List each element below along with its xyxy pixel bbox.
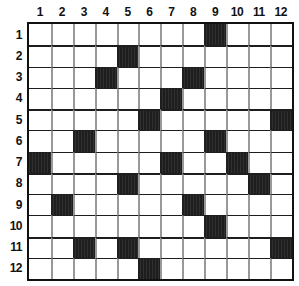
cell-r4c9-white[interactable] [204,88,226,109]
cell-r4c7-black [160,88,182,109]
cell-r2c6-white[interactable] [138,45,160,66]
cell-r7c11-white[interactable] [248,152,270,173]
cell-r12c6-black [138,258,160,279]
cell-r1c12-white[interactable] [270,24,292,45]
cell-r6c11-white[interactable] [248,130,270,151]
cell-r1c7-white[interactable] [160,24,182,45]
cell-r8c1-white[interactable] [29,173,51,194]
cell-r5c6-black [138,109,160,130]
cell-r3c11-white[interactable] [248,67,270,88]
cell-r2c3-white[interactable] [73,45,95,66]
col-label-6: 6 [138,4,160,20]
cell-r2c7-white[interactable] [160,45,182,66]
cell-r1c3-white[interactable] [73,24,95,45]
cell-r7c12-white[interactable] [270,152,292,173]
cell-r12c1-white[interactable] [29,258,51,279]
cell-r9c6-white[interactable] [138,194,160,215]
cell-r1c5-white[interactable] [117,24,139,45]
cell-r8c10-white[interactable] [226,173,248,194]
cell-r7c7-black [160,152,182,173]
cell-r12c9-white[interactable] [204,258,226,279]
row-label-1: 1 [0,24,25,45]
col-label-3: 3 [73,4,95,20]
cell-r3c9-white[interactable] [204,67,226,88]
cell-r11c11-white[interactable] [248,237,270,258]
cell-r8c12-white[interactable] [270,173,292,194]
puzzle-board: 123456789101112 123456789101112 [0,0,299,286]
row-label-7: 7 [0,152,25,173]
cell-r11c10-white[interactable] [226,237,248,258]
cell-r9c8-black [182,194,204,215]
cell-r5c4-white[interactable] [95,109,117,130]
cell-r4c2-white[interactable] [51,88,73,109]
cell-r5c1-white[interactable] [29,109,51,130]
row-labels: 123456789101112 [0,24,25,279]
cell-r1c4-white[interactable] [95,24,117,45]
cell-r7c1-black [29,152,51,173]
cell-r11c2-white[interactable] [51,237,73,258]
cell-r9c12-white[interactable] [270,194,292,215]
cell-r8c3-white[interactable] [73,173,95,194]
cell-r7c3-white[interactable] [73,152,95,173]
cell-r3c3-white[interactable] [73,67,95,88]
cell-r3c1-white[interactable] [29,67,51,88]
col-label-4: 4 [95,4,117,20]
cell-r5c9-white[interactable] [204,109,226,130]
col-label-5: 5 [117,4,139,20]
cell-r10c12-white[interactable] [270,215,292,236]
cell-r5c2-white[interactable] [51,109,73,130]
cell-r6c2-white[interactable] [51,130,73,151]
row-label-3: 3 [0,67,25,88]
col-label-9: 9 [204,4,226,20]
cell-r9c11-white[interactable] [248,194,270,215]
column-labels: 123456789101112 [29,4,292,20]
col-label-8: 8 [182,4,204,20]
cell-r4c5-white[interactable] [117,88,139,109]
cell-r8c5-black [117,173,139,194]
cell-r1c10-white[interactable] [226,24,248,45]
row-label-12: 12 [0,258,25,279]
cell-r7c9-white[interactable] [204,152,226,173]
cell-r10c7-white[interactable] [160,215,182,236]
cell-r6c5-white[interactable] [117,130,139,151]
cell-r11c9-white[interactable] [204,237,226,258]
cell-r1c1-white[interactable] [29,24,51,45]
cell-r7c8-white[interactable] [182,152,204,173]
cell-r3c10-white[interactable] [226,67,248,88]
cell-r8c11-black [248,173,270,194]
cell-r3c12-white[interactable] [270,67,292,88]
cell-r10c6-white[interactable] [138,215,160,236]
cell-r12c11-white[interactable] [248,258,270,279]
col-label-2: 2 [51,4,73,20]
cell-r4c8-white[interactable] [182,88,204,109]
cell-r9c5-white[interactable] [117,194,139,215]
cell-r10c11-white[interactable] [248,215,270,236]
cell-r2c8-white[interactable] [182,45,204,66]
row-label-6: 6 [0,130,25,151]
cell-r12c2-white[interactable] [51,258,73,279]
cell-r9c4-white[interactable] [95,194,117,215]
cell-r3c2-white[interactable] [51,67,73,88]
cell-r7c6-white[interactable] [138,152,160,173]
row-label-10: 10 [0,215,25,236]
cell-r10c5-white[interactable] [117,215,139,236]
cell-r1c11-white[interactable] [248,24,270,45]
cell-r5c5-white[interactable] [117,109,139,130]
cell-r10c1-white[interactable] [29,215,51,236]
row-label-9: 9 [0,194,25,215]
row-label-2: 2 [0,45,25,66]
cell-r2c2-white[interactable] [51,45,73,66]
cell-r5c11-white[interactable] [248,109,270,130]
cell-r4c1-white[interactable] [29,88,51,109]
cell-r12c7-white[interactable] [160,258,182,279]
cell-r5c10-white[interactable] [226,109,248,130]
cell-r9c10-white[interactable] [226,194,248,215]
cell-r12c8-white[interactable] [182,258,204,279]
cell-r6c8-white[interactable] [182,130,204,151]
cell-r10c3-white[interactable] [73,215,95,236]
cell-r2c12-white[interactable] [270,45,292,66]
cell-r4c4-white[interactable] [95,88,117,109]
cell-r6c6-white[interactable] [138,130,160,151]
cell-r7c2-white[interactable] [51,152,73,173]
cell-r11c5-black [117,237,139,258]
cell-r2c10-white[interactable] [226,45,248,66]
cell-r5c12-black [270,109,292,130]
cell-r10c10-white[interactable] [226,215,248,236]
col-label-7: 7 [160,4,182,20]
cell-r11c1-white[interactable] [29,237,51,258]
cell-r3c7-white[interactable] [160,67,182,88]
cell-r8c6-white[interactable] [138,173,160,194]
col-label-12: 12 [270,4,292,20]
cell-r4c6-white[interactable] [138,88,160,109]
cell-r10c8-white[interactable] [182,215,204,236]
cell-r6c7-white[interactable] [160,130,182,151]
cell-r6c12-white[interactable] [270,130,292,151]
cell-r8c7-white[interactable] [160,173,182,194]
cell-r12c3-white[interactable] [73,258,95,279]
cell-r4c11-white[interactable] [248,88,270,109]
cell-r3c6-white[interactable] [138,67,160,88]
cell-r6c4-white[interactable] [95,130,117,151]
cell-r11c6-white[interactable] [138,237,160,258]
cell-r9c3-white[interactable] [73,194,95,215]
cell-r8c9-white[interactable] [204,173,226,194]
cell-r11c8-white[interactable] [182,237,204,258]
cell-r6c10-white[interactable] [226,130,248,151]
cell-r5c3-white[interactable] [73,109,95,130]
row-label-4: 4 [0,88,25,109]
cell-r1c6-white[interactable] [138,24,160,45]
cell-r12c10-white[interactable] [226,258,248,279]
cell-r7c4-white[interactable] [95,152,117,173]
cell-r1c2-white[interactable] [51,24,73,45]
cell-r4c12-white[interactable] [270,88,292,109]
cell-r10c4-white[interactable] [95,215,117,236]
cell-r9c1-white[interactable] [29,194,51,215]
cell-r9c2-black [51,194,73,215]
cell-r7c10-black [226,152,248,173]
cell-r3c8-black [182,67,204,88]
cell-r5c7-white[interactable] [160,109,182,130]
cell-r4c10-white[interactable] [226,88,248,109]
col-label-11: 11 [248,4,270,20]
board [27,22,294,281]
cell-r3c5-white[interactable] [117,67,139,88]
cell-r8c8-white[interactable] [182,173,204,194]
row-label-11: 11 [0,237,25,258]
cell-r6c9-black [204,130,226,151]
cell-r1c8-white[interactable] [182,24,204,45]
cell-r11c7-white[interactable] [160,237,182,258]
col-label-10: 10 [226,4,248,20]
cell-r6c3-black [73,130,95,151]
cell-r3c4-black [95,67,117,88]
cell-r12c4-white[interactable] [95,258,117,279]
cell-r2c1-white[interactable] [29,45,51,66]
cell-r1c9-black [204,24,226,45]
cell-r11c3-black [73,237,95,258]
cell-r10c9-black [204,215,226,236]
cell-r2c11-white[interactable] [248,45,270,66]
row-label-8: 8 [0,173,25,194]
col-label-1: 1 [29,4,51,20]
row-label-5: 5 [0,109,25,130]
cell-r2c4-white[interactable] [95,45,117,66]
cell-r10c2-white[interactable] [51,215,73,236]
cell-r11c4-white[interactable] [95,237,117,258]
cell-r12c12-white[interactable] [270,258,292,279]
cell-r5c8-white[interactable] [182,109,204,130]
cell-r7c5-white[interactable] [117,152,139,173]
cell-r6c1-white[interactable] [29,130,51,151]
cell-r11c12-black [270,237,292,258]
cell-r2c5-black [117,45,139,66]
cell-r9c9-white[interactable] [204,194,226,215]
cell-r2c9-white[interactable] [204,45,226,66]
cell-r9c7-white[interactable] [160,194,182,215]
cell-r4c3-white[interactable] [73,88,95,109]
cell-r8c4-white[interactable] [95,173,117,194]
cell-r12c5-white[interactable] [117,258,139,279]
cell-r8c2-white[interactable] [51,173,73,194]
